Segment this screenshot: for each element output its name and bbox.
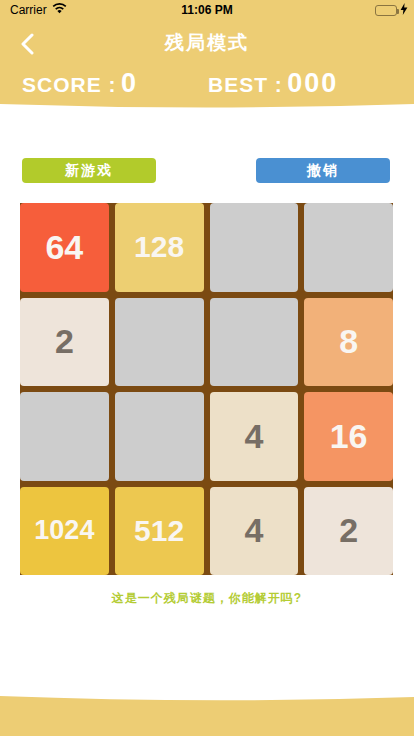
puzzle-hint: 这是一个残局谜题，你能解开吗? — [0, 590, 414, 607]
tile-512: 512 — [115, 487, 204, 576]
header-band: Carrier 11:06 PM 残局模式 — [0, 0, 414, 102]
tile-8: 8 — [304, 298, 393, 387]
best-value: 000 — [287, 68, 338, 98]
empty-cell — [210, 298, 299, 387]
empty-cell — [20, 392, 109, 481]
tile-1024: 1024 — [20, 487, 109, 576]
tile-64: 64 — [20, 203, 109, 292]
page-title: 残局模式 — [0, 30, 414, 56]
tile-4: 4 — [210, 392, 299, 481]
status-time: 11:06 PM — [0, 3, 414, 17]
empty-cell — [210, 203, 299, 292]
tile-128: 128 — [115, 203, 204, 292]
score-panel: SCORE : 0 BEST : 000 — [0, 66, 414, 100]
game-board[interactable]: 6412828416102451242 — [20, 203, 393, 575]
empty-cell — [115, 392, 204, 481]
score-value: 0 — [121, 68, 138, 98]
tile-16: 16 — [304, 392, 393, 481]
nav-bar: 残局模式 — [0, 26, 414, 60]
undo-button[interactable]: 撤销 — [256, 158, 390, 183]
status-bar: Carrier 11:06 PM — [0, 0, 414, 20]
header-curve — [0, 102, 414, 111]
tile-4: 4 — [210, 487, 299, 576]
tile-2: 2 — [20, 298, 109, 387]
battery-icon — [375, 5, 397, 16]
tile-2: 2 — [304, 487, 393, 576]
empty-cell — [304, 203, 393, 292]
new-game-button[interactable]: 新游戏 — [22, 158, 156, 183]
charging-bolt-icon — [400, 3, 408, 17]
empty-cell — [115, 298, 204, 387]
score-label: SCORE : — [22, 73, 117, 96]
best-label: BEST : — [208, 73, 283, 96]
bottom-wave — [0, 693, 414, 736]
